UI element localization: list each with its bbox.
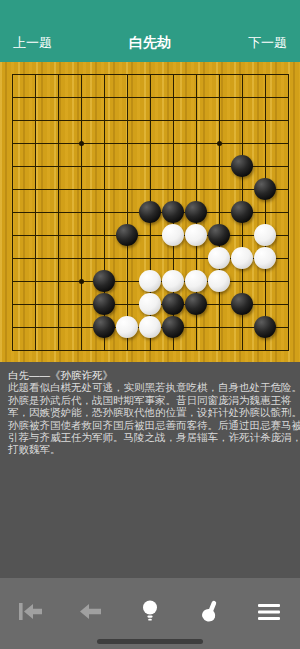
white-stone [185,224,207,246]
board-cell[interactable] [47,293,70,316]
white-stone [231,247,253,269]
board-cell[interactable] [162,109,185,132]
problem-text-line: 孙膑是孙武后代，战国时期军事家。昔日同窗庞涓为魏惠王将 [8,394,292,406]
try-move-button[interactable] [195,598,225,626]
board-cell[interactable] [277,155,300,178]
board-cell[interactable] [185,86,208,109]
board-cell[interactable] [185,178,208,201]
board-cell[interactable] [139,339,162,362]
board-cell[interactable] [231,201,254,224]
board-cell[interactable] [1,270,24,293]
board-cell[interactable] [139,155,162,178]
star-point [79,141,84,146]
board-cell[interactable] [231,86,254,109]
board-cell[interactable] [47,63,70,86]
board-cell[interactable] [93,63,116,86]
board-cell[interactable] [93,155,116,178]
black-stone [208,224,230,246]
black-stone [231,293,253,315]
board-cell[interactable] [185,316,208,339]
status-bar [0,0,300,24]
problem-text-line: 军，因嫉贤妒能，恐孙膑取代他的位置，设奸计处孙膑以髌刑。 [8,406,292,418]
board-cell[interactable] [93,316,116,339]
board-cell[interactable] [47,316,70,339]
board-cell[interactable] [208,109,231,132]
board-cell[interactable] [1,109,24,132]
board-cell[interactable] [185,63,208,86]
board-cell[interactable] [185,155,208,178]
undo-button[interactable] [76,598,106,626]
board-cell[interactable] [162,86,185,109]
board-cell[interactable] [185,201,208,224]
board-cell[interactable] [185,224,208,247]
board-cell[interactable] [162,155,185,178]
board-cell[interactable] [70,293,93,316]
board-cell[interactable] [277,63,300,86]
board-cell[interactable] [139,109,162,132]
white-stone [139,270,161,292]
board-cell[interactable] [93,293,116,316]
board-cell[interactable] [208,132,231,155]
board-cell[interactable] [254,86,277,109]
board-cell[interactable] [93,201,116,224]
page-title: 白先劫 [129,34,171,52]
board-cell[interactable] [254,316,277,339]
board-cell[interactable] [70,178,93,201]
board-cell[interactable] [254,247,277,270]
board-cell[interactable] [24,247,47,270]
board-cell[interactable] [254,270,277,293]
board-cell[interactable] [277,224,300,247]
board-cell[interactable] [254,155,277,178]
board-cell[interactable] [47,132,70,155]
board-cell[interactable] [116,293,139,316]
board-cell[interactable] [116,155,139,178]
board-cell[interactable] [47,155,70,178]
board-cell[interactable] [208,178,231,201]
board-cell[interactable] [139,316,162,339]
board-cell[interactable] [208,155,231,178]
white-stone [139,293,161,315]
board-cell[interactable] [139,270,162,293]
black-stone [162,316,184,338]
black-stone [93,270,115,292]
board-cell[interactable] [47,270,70,293]
board-cell[interactable] [254,224,277,247]
board-cell[interactable] [277,178,300,201]
board-cell[interactable] [185,132,208,155]
board-cell[interactable] [208,86,231,109]
board-cell[interactable] [208,63,231,86]
board-cell[interactable] [231,270,254,293]
board-cell[interactable] [24,178,47,201]
board-cell[interactable] [185,247,208,270]
board-cell[interactable] [139,201,162,224]
board-cell[interactable] [47,178,70,201]
board-cell[interactable] [116,86,139,109]
black-stone [93,293,115,315]
board-cell[interactable] [24,224,47,247]
board-cell[interactable] [231,339,254,362]
board-cell[interactable] [139,247,162,270]
board-cell[interactable] [277,132,300,155]
problem-text-line: 此题看似白棋无处可逃，实则黑若执意吃棋，自身也处于危险。 [8,381,292,393]
board-cell[interactable] [116,109,139,132]
board-cell[interactable] [1,316,24,339]
board-cell[interactable] [139,293,162,316]
problem-title-line: 白先——《孙膑诈死》 [8,369,292,381]
board-cell[interactable] [162,63,185,86]
black-stone [254,316,276,338]
board-cell[interactable] [277,247,300,270]
problem-text-line: 引荐与齐威王任为军师。马陵之战，身居辎车，诈死计杀庞涓， [8,431,292,443]
board-cell[interactable] [1,178,24,201]
board-cell[interactable] [24,339,47,362]
board-cell[interactable] [1,224,24,247]
board-cell[interactable] [231,293,254,316]
white-stone [162,224,184,246]
board-cell[interactable] [24,270,47,293]
undo-arrow-icon [79,602,103,621]
board-cell[interactable] [93,224,116,247]
problem-text-line: 打败魏军。 [8,443,292,455]
board-cell[interactable] [93,178,116,201]
board-cell[interactable] [139,132,162,155]
board-cell[interactable] [70,63,93,86]
board-cell[interactable] [116,178,139,201]
black-stone [162,293,184,315]
board-cell[interactable] [208,201,231,224]
board-cell[interactable] [116,63,139,86]
board-cell[interactable] [277,293,300,316]
black-stone [231,201,253,223]
board-cell[interactable] [116,247,139,270]
board-cell[interactable] [162,247,185,270]
white-stone [116,316,138,338]
board-cell[interactable] [70,201,93,224]
prev-problem-button[interactable]: 上一题 [13,24,52,62]
board-cell[interactable] [162,132,185,155]
board-cell[interactable] [231,109,254,132]
board-cell[interactable] [116,201,139,224]
board-cell[interactable] [254,63,277,86]
board-cell[interactable] [47,86,70,109]
board-cell[interactable] [254,201,277,224]
board-cell[interactable] [208,270,231,293]
board-cell[interactable] [70,339,93,362]
menu-button[interactable] [254,598,284,626]
board-area [0,62,300,362]
board-cell[interactable] [231,155,254,178]
board-cell[interactable] [1,293,24,316]
go-board[interactable] [1,63,300,362]
board-cell[interactable] [24,293,47,316]
board-cell[interactable] [231,247,254,270]
board-cell[interactable] [24,201,47,224]
board-cell[interactable] [139,224,162,247]
board-cell[interactable] [162,178,185,201]
black-stone [93,316,115,338]
board-cell[interactable] [116,224,139,247]
problem-text-line: 孙膑被齐国使者救回齐国后被田忌善而客待。后通过田忌赛马被 [8,419,292,431]
app-screen: 上一题 白先劫 下一题 白先——《孙膑诈死》此题看似白棋无处可逃，实则黑若执意吃… [0,0,300,649]
board-cell[interactable] [162,201,185,224]
board-cell[interactable] [185,109,208,132]
board-cell[interactable] [70,270,93,293]
board-cell[interactable] [70,155,93,178]
board-cell[interactable] [47,109,70,132]
board-cell[interactable] [231,63,254,86]
board-cell[interactable] [24,63,47,86]
board-cell[interactable] [185,270,208,293]
board-cell[interactable] [231,178,254,201]
board-cell[interactable] [1,63,24,86]
board-cell[interactable] [1,86,24,109]
board-cell[interactable] [254,339,277,362]
board-cell[interactable] [47,247,70,270]
board-cell[interactable] [208,293,231,316]
nav-bar: 上一题 白先劫 下一题 [0,24,300,62]
board-cell[interactable] [24,316,47,339]
board-cell[interactable] [185,293,208,316]
board-cell[interactable] [24,155,47,178]
board-cell[interactable] [162,224,185,247]
board-cell[interactable] [139,63,162,86]
board-cell[interactable] [162,339,185,362]
board-cell[interactable] [231,224,254,247]
lightbulb-hint-icon [139,599,161,624]
board-cell[interactable] [162,293,185,316]
board-cell[interactable] [277,109,300,132]
skip-to-start-icon [18,602,44,621]
board-cell[interactable] [47,201,70,224]
board-cell[interactable] [185,339,208,362]
board-cell[interactable] [231,316,254,339]
next-problem-button[interactable]: 下一题 [248,24,287,62]
board-cell[interactable] [208,247,231,270]
board-cell[interactable] [254,293,277,316]
board-cell[interactable] [208,224,231,247]
star-point [79,279,84,284]
black-stone [254,178,276,200]
board-cell[interactable] [277,86,300,109]
board-cell[interactable] [116,316,139,339]
board-cell[interactable] [139,86,162,109]
board-cell[interactable] [116,270,139,293]
board-cell[interactable] [254,178,277,201]
white-stone [254,247,276,269]
board-cell[interactable] [254,132,277,155]
menu-icon [257,603,281,621]
board-cell[interactable] [277,316,300,339]
board-cell[interactable] [208,316,231,339]
board-cell[interactable] [93,86,116,109]
white-stone [208,270,230,292]
black-stone [139,201,161,223]
home-indicator[interactable] [97,639,203,644]
board-cell[interactable] [93,132,116,155]
board-cell[interactable] [116,132,139,155]
board-cell[interactable] [1,247,24,270]
board-cell[interactable] [24,86,47,109]
board-cell[interactable] [139,178,162,201]
white-stone [185,270,207,292]
board-cell[interactable] [24,109,47,132]
board-cell[interactable] [93,247,116,270]
board-cell[interactable] [47,339,70,362]
black-stone [185,293,207,315]
white-stone [162,270,184,292]
board-cell[interactable] [277,201,300,224]
board-cell[interactable] [47,224,70,247]
skip-to-start-button[interactable] [16,598,46,626]
board-cell[interactable] [24,132,47,155]
board-cell[interactable] [116,339,139,362]
board-cell[interactable] [93,339,116,362]
board-cell[interactable] [208,339,231,362]
board-cell[interactable] [254,109,277,132]
board-cell[interactable] [93,270,116,293]
board-cell[interactable] [70,132,93,155]
board-cell[interactable] [70,247,93,270]
board-cell[interactable] [70,224,93,247]
board-cell[interactable] [231,132,254,155]
board-cell[interactable] [162,316,185,339]
board-cell[interactable] [70,86,93,109]
board-cell[interactable] [162,270,185,293]
black-stone [231,155,253,177]
board-cell[interactable] [70,109,93,132]
star-point [217,141,222,146]
board-cell[interactable] [1,201,24,224]
hand-try-icon [197,599,223,625]
board-cell[interactable] [1,132,24,155]
white-stone [254,224,276,246]
board-cell[interactable] [93,109,116,132]
hint-button[interactable] [135,598,165,626]
board-cell[interactable] [1,339,24,362]
white-stone [208,247,230,269]
black-stone [185,201,207,223]
problem-description: 白先——《孙膑诈死》此题看似白棋无处可逃，实则黑若执意吃棋，自身也处于危险。孙膑… [0,362,300,456]
white-stone [139,316,161,338]
black-stone [116,224,138,246]
board-cell[interactable] [70,316,93,339]
black-stone [162,201,184,223]
board-cell[interactable] [277,339,300,362]
board-cell[interactable] [277,270,300,293]
board-cell[interactable] [1,155,24,178]
